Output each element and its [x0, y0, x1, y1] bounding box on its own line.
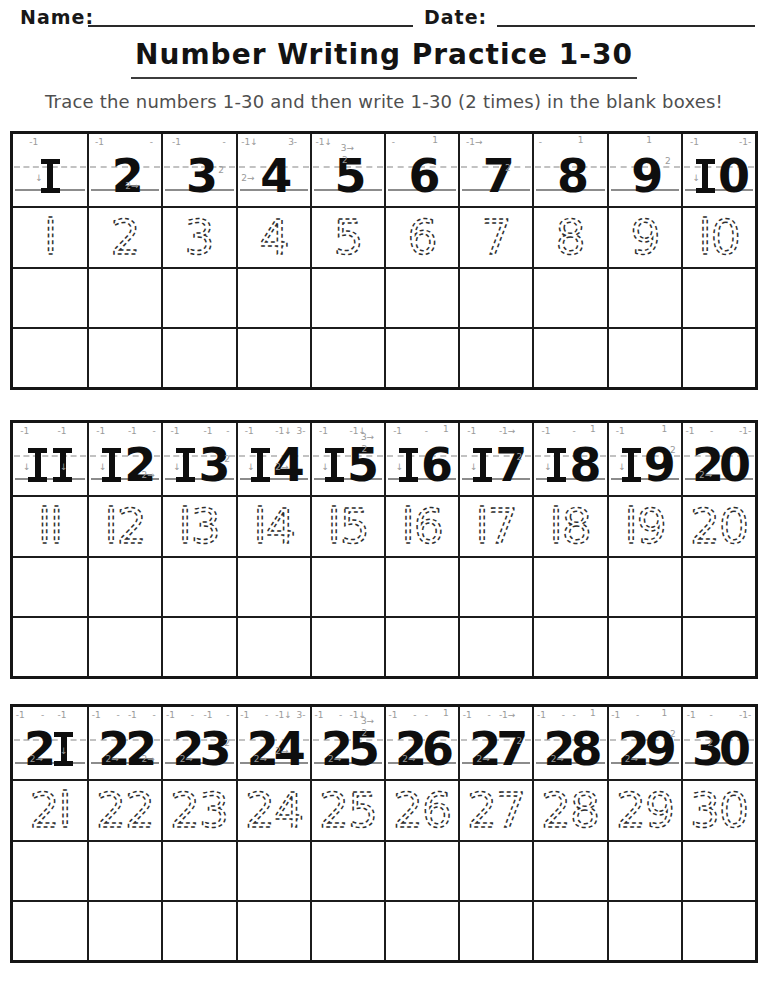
stroke-hint: 2→ [180, 755, 193, 764]
blank-cell-19-1 [607, 556, 681, 616]
stroke-hint: 3→ [361, 717, 374, 726]
blank-cell-5-2 [310, 327, 384, 387]
name-label: Name: [20, 6, 94, 28]
svg-text:3: 3 [185, 210, 214, 265]
blank-cell-2-2 [87, 327, 161, 387]
blank-cell-29-2 [607, 900, 681, 960]
trace-number: l0 [683, 208, 755, 267]
guide-number: 7 [460, 159, 532, 193]
stroke-hint: 1 [443, 709, 449, 718]
guide-number [13, 159, 87, 193]
stroke-hint: -1→ [466, 138, 483, 147]
trace-cell-8: 8 [532, 206, 606, 267]
stroke-hint: -1 [20, 427, 29, 436]
blank-cell-30-1 [681, 840, 755, 900]
guide-cell-29: -1-2→1229 [607, 707, 681, 779]
trace-cell-30: 30 [681, 779, 755, 840]
blank-cell-1-1 [13, 267, 87, 327]
guide-cell-12: -1↓-1-2→2 [87, 423, 161, 495]
digit-glyph: 0 [718, 159, 747, 193]
digit-glyph: 3 [198, 448, 227, 482]
trace-number: 24 [238, 781, 310, 840]
trace-cell-19: l9 [607, 495, 681, 556]
guide-cell-15: -1↓-1↓3→25 [310, 423, 384, 495]
name-blank-line [88, 25, 413, 27]
digit-glyph: 9 [644, 448, 673, 482]
stroke-hint: 2 [224, 455, 230, 464]
svg-text:l8: l8 [550, 499, 591, 554]
stroke-hint: 3- [296, 711, 305, 720]
stroke-hint: - [487, 711, 490, 720]
guide-cell-6: -16 [384, 134, 458, 206]
trace-cell-15: l5 [310, 495, 384, 556]
trace-number: l6 [386, 497, 458, 556]
trace-cell-26: 26 [384, 779, 458, 840]
blank-cell-10-2 [681, 327, 755, 387]
worksheet-page: Name: Date: Number Writing Practice 1-30… [0, 0, 768, 982]
practice-block-2: -1↓-1↓-1↓-1-2→2-1↓-1-23-1↓-1↓3-2→4-1↓-1↓… [10, 420, 758, 679]
stroke-hint: -1- [739, 427, 751, 436]
stroke-hint: 2 [362, 729, 368, 738]
stroke-hint: - [339, 711, 342, 720]
stroke-hint: -1 [319, 427, 328, 436]
blank-cell-10-1 [681, 267, 755, 327]
svg-text:22: 22 [96, 783, 154, 838]
trace-cell-14: l4 [236, 495, 310, 556]
digit-glyph: 8 [569, 448, 598, 482]
guide-number: 3 [163, 159, 235, 193]
svg-text:l4: l4 [253, 499, 294, 554]
practice-block-3: -1-2→-1↓2-1-2→-1-2→22-1-2→-1-223-1-2→-1↓… [10, 704, 758, 963]
guide-cell-14: -1↓-1↓3-2→4 [236, 423, 310, 495]
blank-cell-16-2 [384, 616, 458, 676]
stroke-hint: -1 [690, 138, 699, 147]
blank-cell-12-1 [87, 556, 161, 616]
svg-text:23: 23 [170, 783, 228, 838]
stroke-hint: ↓ [693, 174, 701, 183]
stroke-hint: 2→ [476, 755, 489, 764]
stroke-hint: 2 [342, 156, 348, 165]
stroke-hint: ↓ [23, 463, 31, 472]
blank-cell-6-2 [384, 327, 458, 387]
trace-cell-3: 3 [161, 206, 235, 267]
svg-text:5: 5 [333, 210, 362, 265]
digit-glyph: 9 [631, 159, 660, 193]
trace-cell-9: 9 [607, 206, 681, 267]
guide-cell-9: 129 [607, 134, 681, 206]
blank-cell-18-2 [532, 616, 606, 676]
trace-cell-27: 27 [458, 779, 532, 840]
blank-cell-1-2 [13, 327, 87, 387]
guide-cell-16: -1↓-16 [384, 423, 458, 495]
svg-text:29: 29 [616, 783, 674, 838]
stroke-hint: 2→ [551, 755, 564, 764]
stroke-hint: -1 [616, 427, 625, 436]
blank-cell-25-1 [310, 840, 384, 900]
guide-cell-10: -1↓-1-0 [681, 134, 755, 206]
stroke-hint: ↓ [544, 463, 552, 472]
stroke-hint: ↓ [322, 463, 330, 472]
trace-cell-25: 25 [310, 779, 384, 840]
practice-blocks: -1↓-1-2→2-1-23-1↓3-2→4-1↓3→25-16-1→27-18… [10, 131, 758, 963]
trace-number: 26 [386, 781, 458, 840]
guide-cell-24: -1-2→-1↓3-2→24 [236, 707, 310, 779]
stroke-hint: - [226, 427, 229, 436]
trace-number: 6 [386, 208, 458, 267]
stroke-hint: - [413, 711, 416, 720]
blank-cell-6-1 [384, 267, 458, 327]
trace-cell-1: l [13, 206, 87, 267]
blank-cell-12-2 [87, 616, 161, 676]
stroke-hint: 3→ [341, 144, 354, 153]
stroke-hint: ↓ [173, 463, 181, 472]
svg-text:2: 2 [111, 210, 140, 265]
trace-number: 7 [460, 208, 532, 267]
svg-text:ll: ll [38, 499, 62, 554]
guide-cell-20: -1-2→-1-20 [681, 423, 755, 495]
blank-cell-4-1 [236, 267, 310, 327]
blank-cell-26-1 [384, 840, 458, 900]
trace-number: 3 [163, 208, 235, 267]
blank-cell-13-2 [161, 616, 235, 676]
stroke-hint: 2→ [142, 755, 155, 764]
stroke-hint: 2→ [699, 471, 712, 480]
stroke-hint: -1↓ [275, 711, 292, 720]
blank-cell-5-1 [310, 267, 384, 327]
stroke-hint: -1 [685, 427, 694, 436]
stroke-hint: - [539, 138, 542, 147]
svg-text:24: 24 [245, 783, 303, 838]
digit-glyph: 8 [557, 159, 586, 193]
stroke-hint: 1 [590, 425, 596, 434]
guide-cell-18: -1↓-18 [532, 423, 606, 495]
trace-cell-7: 7 [458, 206, 532, 267]
stroke-hint: - [636, 711, 639, 720]
blank-cell-27-1 [458, 840, 532, 900]
blank-cell-7-2 [458, 327, 532, 387]
guide-cell-5: -1↓3→25 [310, 134, 384, 206]
trace-number: 8 [534, 208, 606, 267]
stroke-hint: - [392, 138, 395, 147]
stroke-hint: 1 [443, 425, 449, 434]
trace-number: l5 [312, 497, 384, 556]
guide-cell-3: -1-23 [161, 134, 235, 206]
stroke-hint: 1 [662, 709, 668, 718]
blank-cell-4-2 [236, 327, 310, 387]
page-title: Number Writing Practice 1-30 [131, 38, 637, 79]
trace-cell-16: l6 [384, 495, 458, 556]
blank-cell-9-1 [607, 267, 681, 327]
trace-cell-18: l8 [532, 495, 606, 556]
trace-cell-29: 29 [607, 779, 681, 840]
trace-cell-10: l0 [681, 206, 755, 267]
instructions-text: Trace the numbers 1-30 and then write 1-… [0, 91, 768, 112]
stroke-hint: 2 [516, 453, 522, 462]
stroke-hint: 2→ [30, 755, 43, 764]
svg-text:28: 28 [541, 783, 599, 838]
stroke-hint: -1 [203, 427, 212, 436]
stroke-hint: -1 [240, 711, 249, 720]
digit-one-glyph [28, 448, 47, 482]
trace-number: l3 [163, 497, 235, 556]
trace-cell-24: 24 [236, 779, 310, 840]
stroke-hint: -1↓ [275, 427, 292, 436]
stroke-hint: ↓ [60, 463, 68, 472]
blank-cell-14-2 [236, 616, 310, 676]
svg-text:l2: l2 [105, 499, 146, 554]
blank-cell-11-2 [13, 616, 87, 676]
svg-text:l3: l3 [179, 499, 220, 554]
blank-cell-19-2 [607, 616, 681, 676]
blank-cell-28-2 [532, 900, 606, 960]
stroke-hint: - [191, 711, 194, 720]
guide-cell-26: -1-2→-126 [384, 707, 458, 779]
svg-text:27: 27 [467, 783, 525, 838]
svg-text:l6: l6 [402, 499, 443, 554]
stroke-hint: -1 [128, 711, 137, 720]
stroke-hint: -1 [389, 711, 398, 720]
blank-cell-3-2 [161, 327, 235, 387]
blank-cell-17-2 [458, 616, 532, 676]
blank-cell-23-1 [161, 840, 235, 900]
blank-cell-21-2 [13, 900, 87, 960]
guide-number: 8 [534, 159, 606, 193]
blank-cell-8-1 [532, 267, 606, 327]
digit-glyph: 6 [409, 159, 438, 193]
trace-cell-4: 4 [236, 206, 310, 267]
stroke-hint: ↓ [618, 463, 626, 472]
guide-cell-28: -1-2→-128 [532, 707, 606, 779]
stroke-hint: 1 [662, 425, 668, 434]
stroke-hint: - [153, 711, 156, 720]
stroke-hint: -1 [57, 711, 66, 720]
stroke-hint: -1 [172, 138, 181, 147]
guide-number: 2 [13, 732, 87, 766]
stroke-hint: 2→ [105, 755, 118, 764]
digit-glyph: 5 [334, 159, 363, 193]
blank-cell-16-1 [384, 556, 458, 616]
blank-cell-28-1 [532, 840, 606, 900]
guide-cell-17: -1↓-1→27 [458, 423, 532, 495]
blank-cell-2-1 [87, 267, 161, 327]
stroke-hint: - [572, 711, 575, 720]
trace-cell-23: 23 [161, 779, 235, 840]
stroke-hint: ↓ [396, 463, 404, 472]
blank-cell-24-2 [236, 900, 310, 960]
trace-number: 30 [683, 781, 755, 840]
blank-cell-20-2 [681, 616, 755, 676]
stroke-hint: ↓ [99, 463, 107, 472]
blank-cell-21-1 [13, 840, 87, 900]
stroke-hint: 2 [218, 166, 224, 175]
stroke-hint: 1 [432, 136, 438, 145]
stroke-hint: - [226, 711, 229, 720]
blank-cell-23-2 [161, 900, 235, 960]
trace-number: 28 [534, 781, 606, 840]
digit-glyph: 3 [186, 159, 215, 193]
guide-cell-22: -1-2→-1-2→22 [87, 707, 161, 779]
guide-cell-11: -1↓-1↓ [13, 423, 87, 495]
blank-cell-15-2 [310, 616, 384, 676]
stroke-hint: 1 [590, 709, 596, 718]
stroke-hint: -1 [57, 427, 66, 436]
svg-text:l0: l0 [698, 210, 739, 265]
trace-cell-28: 28 [532, 779, 606, 840]
blank-cell-17-1 [458, 556, 532, 616]
trace-cell-22: 22 [87, 779, 161, 840]
guide-cell-4: -1↓3-2→4 [236, 134, 310, 206]
stroke-hint: 2 [224, 739, 230, 748]
trace-cell-5: 5 [310, 206, 384, 267]
blank-cell-20-1 [681, 556, 755, 616]
blank-cell-11-1 [13, 556, 87, 616]
stroke-hint: 3- [288, 138, 297, 147]
stroke-hint: 2→ [275, 747, 288, 756]
stroke-hint: ↓ [35, 174, 43, 183]
blank-cell-7-1 [458, 267, 532, 327]
stroke-hint: -1 [611, 711, 620, 720]
blank-cell-26-2 [384, 900, 458, 960]
guide-cell-21: -1-2→-1↓2 [13, 707, 87, 779]
stroke-hint: - [710, 427, 713, 436]
blank-cell-9-2 [607, 327, 681, 387]
trace-cell-12: l2 [87, 495, 161, 556]
svg-text:25: 25 [319, 783, 377, 838]
svg-text:20: 20 [690, 499, 748, 554]
blank-cell-18-1 [532, 556, 606, 616]
trace-cell-17: l7 [458, 495, 532, 556]
blank-cell-3-1 [161, 267, 235, 327]
trace-number: l9 [609, 497, 681, 556]
guide-number: 26 [386, 732, 458, 766]
guide-number: 5 [312, 159, 384, 193]
stroke-hint: -1 [314, 711, 323, 720]
stroke-hint: - [709, 711, 712, 720]
stroke-hint: - [425, 427, 428, 436]
trace-cell-2: 2 [87, 206, 161, 267]
svg-text:l5: l5 [327, 499, 368, 554]
trace-number: 2l [13, 781, 87, 840]
trace-number: 29 [609, 781, 681, 840]
stroke-hint: ↓ [60, 747, 68, 756]
trace-number: 23 [163, 781, 235, 840]
svg-text:l: l [44, 210, 56, 265]
stroke-hint: 2 [665, 157, 671, 166]
stroke-hint: 3- [296, 427, 305, 436]
trace-number: l2 [89, 497, 161, 556]
stroke-hint: 2 [362, 445, 368, 454]
guide-cell-1: -1↓ [13, 134, 87, 206]
stroke-hint: 2 [505, 164, 511, 173]
guide-number: 6 [386, 159, 458, 193]
guide-number: 25 [312, 732, 384, 766]
guide-cell-2: -1-2→2 [87, 134, 161, 206]
date-label: Date: [424, 6, 487, 28]
svg-text:l9: l9 [624, 499, 665, 554]
svg-text:30: 30 [690, 783, 748, 838]
stroke-hint: - [223, 138, 226, 147]
digit-glyph: 6 [421, 448, 450, 482]
stroke-hint: -1 [95, 138, 104, 147]
stroke-hint: - [153, 427, 156, 436]
digit-glyph: 4 [260, 159, 289, 193]
blank-cell-13-1 [161, 556, 235, 616]
digit-glyph: 0 [719, 448, 748, 482]
stroke-hint: 3→ [361, 433, 374, 442]
stroke-hint: -1 [128, 427, 137, 436]
svg-text:2l: 2l [30, 783, 71, 838]
blank-cell-8-2 [532, 327, 606, 387]
stroke-hint: -1 [537, 711, 546, 720]
guide-cell-23: -1-2→-1-223 [161, 707, 235, 779]
guide-cell-30: -1-2-1-30 [681, 707, 755, 779]
practice-block-1: -1↓-1-2→2-1-23-1↓3-2→4-1↓3→25-16-1→27-18… [10, 131, 758, 390]
stroke-hint: - [572, 427, 575, 436]
trace-cell-6: 6 [384, 206, 458, 267]
trace-cell-20: 20 [681, 495, 755, 556]
stroke-hint: 1 [578, 136, 584, 145]
stroke-hint: -1 [29, 138, 38, 147]
stroke-hint: 1 [646, 136, 652, 145]
guide-number: 24 [238, 732, 310, 766]
blank-cell-22-1 [87, 840, 161, 900]
stroke-hint: -1↓ [315, 138, 332, 147]
digit-glyph: 3 [692, 732, 721, 766]
stroke-hint: ↓ [470, 463, 478, 472]
stroke-hint: -1→ [499, 427, 516, 436]
trace-number: 22 [89, 781, 161, 840]
stroke-hint: 2→ [254, 755, 267, 764]
blank-cell-22-2 [87, 900, 161, 960]
guide-cell-27: -1-2→-1→227 [458, 707, 532, 779]
trace-cell-11: ll [13, 495, 87, 556]
title-row: Number Writing Practice 1-30 [0, 38, 768, 79]
trace-number: l4 [238, 497, 310, 556]
blank-cell-15-1 [310, 556, 384, 616]
date-blank-line [497, 25, 755, 27]
stroke-hint: -1 [166, 711, 175, 720]
stroke-hint: 2→ [142, 471, 155, 480]
stroke-hint: 2→ [275, 463, 288, 472]
stroke-hint: -1 [203, 711, 212, 720]
trace-number: 27 [460, 781, 532, 840]
stroke-hint: -1- [739, 138, 751, 147]
stroke-hint: - [425, 711, 428, 720]
trace-number: 5 [312, 208, 384, 267]
stroke-hint: - [265, 711, 268, 720]
stroke-hint: -1 [463, 711, 472, 720]
digit-glyph: 6 [422, 732, 451, 766]
stroke-hint: - [150, 138, 153, 147]
stroke-hint: 2 [670, 730, 676, 739]
trace-number: l7 [460, 497, 532, 556]
trace-number: l8 [534, 497, 606, 556]
blank-cell-30-2 [681, 900, 755, 960]
stroke-hint: -1 [393, 427, 402, 436]
trace-number: 9 [609, 208, 681, 267]
stroke-hint: 2→ [402, 755, 415, 764]
stroke-hint: -1→ [499, 711, 516, 720]
digit-glyph: 8 [570, 732, 599, 766]
trace-number: l [13, 208, 87, 267]
stroke-hint: 2→ [625, 755, 638, 764]
blank-cell-29-1 [607, 840, 681, 900]
stroke-hint: 2 [670, 446, 676, 455]
stroke-hint: 2 [516, 737, 522, 746]
stroke-hint: -1 [92, 711, 101, 720]
stroke-hint: 2→ [328, 755, 341, 764]
guide-cell-25: -1-2→-1↓3→225 [310, 707, 384, 779]
